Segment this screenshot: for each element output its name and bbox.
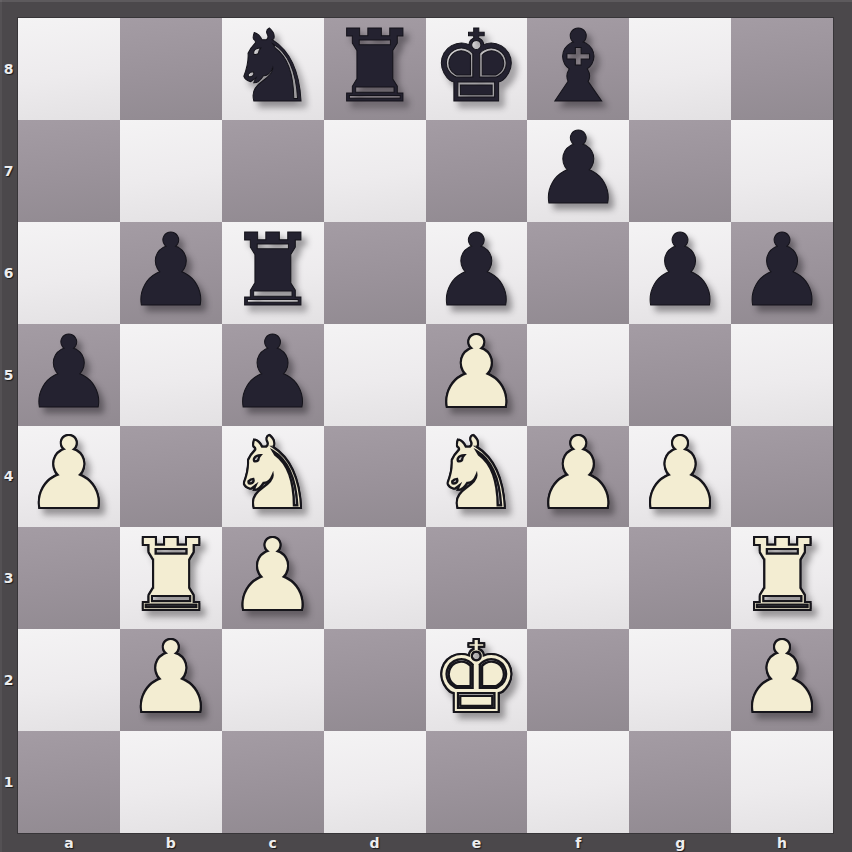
square-d1[interactable] xyxy=(324,731,426,833)
square-h5[interactable] xyxy=(731,324,833,426)
file-label-h: h xyxy=(731,834,833,852)
square-e2[interactable]: ♚ xyxy=(426,629,528,731)
file-label-g: g xyxy=(629,834,731,852)
square-c5[interactable]: ♟ xyxy=(222,324,324,426)
piece-white-king-e2[interactable]: ♚ xyxy=(432,628,522,728)
piece-white-rook-h3[interactable]: ♜ xyxy=(737,526,827,626)
piece-white-rook-b3[interactable]: ♜ xyxy=(126,526,216,626)
square-b5[interactable] xyxy=(120,324,222,426)
square-a2[interactable] xyxy=(18,629,120,731)
square-b7[interactable] xyxy=(120,120,222,222)
square-a1[interactable] xyxy=(18,731,120,833)
square-h3[interactable]: ♜ xyxy=(731,527,833,629)
piece-black-pawn-b6[interactable]: ♟ xyxy=(126,221,216,321)
square-b3[interactable]: ♜ xyxy=(120,527,222,629)
square-h8[interactable] xyxy=(731,18,833,120)
file-label-c: c xyxy=(222,834,324,852)
square-c8[interactable]: ♞ xyxy=(222,18,324,120)
file-label-d: d xyxy=(324,834,426,852)
square-e8[interactable]: ♚ xyxy=(426,18,528,120)
piece-white-pawn-f4[interactable]: ♟ xyxy=(533,424,623,524)
square-d2[interactable] xyxy=(324,629,426,731)
file-label-a: a xyxy=(18,834,120,852)
square-a4[interactable]: ♟ xyxy=(18,426,120,528)
square-d4[interactable] xyxy=(324,426,426,528)
square-e7[interactable] xyxy=(426,120,528,222)
square-f4[interactable]: ♟ xyxy=(527,426,629,528)
piece-black-rook-d8[interactable]: ♜ xyxy=(330,17,420,117)
square-c2[interactable] xyxy=(222,629,324,731)
square-g8[interactable] xyxy=(629,18,731,120)
chess-board: ♞♜♚♝♟♟♜♟♟♟♟♟♟♟♞♞♟♟♜♟♜♟♚♟ xyxy=(17,17,834,834)
piece-black-pawn-e6[interactable]: ♟ xyxy=(432,221,522,321)
file-label-b: b xyxy=(120,834,222,852)
square-b1[interactable] xyxy=(120,731,222,833)
square-e5[interactable]: ♟ xyxy=(426,324,528,426)
square-e4[interactable]: ♞ xyxy=(426,426,528,528)
square-a6[interactable] xyxy=(18,222,120,324)
square-h6[interactable]: ♟ xyxy=(731,222,833,324)
square-e1[interactable] xyxy=(426,731,528,833)
square-h7[interactable] xyxy=(731,120,833,222)
rank-label-8: 8 xyxy=(0,18,17,120)
square-g6[interactable]: ♟ xyxy=(629,222,731,324)
file-label-f: f xyxy=(527,834,629,852)
square-f1[interactable] xyxy=(527,731,629,833)
piece-white-pawn-e5[interactable]: ♟ xyxy=(432,323,522,423)
piece-black-knight-c8[interactable]: ♞ xyxy=(228,17,318,117)
square-g2[interactable] xyxy=(629,629,731,731)
square-g3[interactable] xyxy=(629,527,731,629)
square-c4[interactable]: ♞ xyxy=(222,426,324,528)
piece-white-knight-e4[interactable]: ♞ xyxy=(432,424,522,524)
file-label-e: e xyxy=(426,834,528,852)
square-g1[interactable] xyxy=(629,731,731,833)
piece-white-pawn-h2[interactable]: ♟ xyxy=(737,628,827,728)
square-f6[interactable] xyxy=(527,222,629,324)
piece-black-king-e8[interactable]: ♚ xyxy=(432,17,522,117)
rank-label-4: 4 xyxy=(0,426,17,528)
piece-black-pawn-g6[interactable]: ♟ xyxy=(635,221,725,321)
square-a3[interactable] xyxy=(18,527,120,629)
square-b2[interactable]: ♟ xyxy=(120,629,222,731)
square-c6[interactable]: ♜ xyxy=(222,222,324,324)
square-d7[interactable] xyxy=(324,120,426,222)
piece-white-pawn-c3[interactable]: ♟ xyxy=(228,526,318,626)
square-b6[interactable]: ♟ xyxy=(120,222,222,324)
piece-black-pawn-a5[interactable]: ♟ xyxy=(24,323,114,423)
square-e3[interactable] xyxy=(426,527,528,629)
square-h1[interactable] xyxy=(731,731,833,833)
piece-white-pawn-b2[interactable]: ♟ xyxy=(126,628,216,728)
square-d3[interactable] xyxy=(324,527,426,629)
square-f3[interactable] xyxy=(527,527,629,629)
square-a7[interactable] xyxy=(18,120,120,222)
chess-board-frame: ♞♜♚♝♟♟♜♟♟♟♟♟♟♟♞♞♟♟♜♟♜♟♚♟ 87654321abcdefg… xyxy=(0,0,852,852)
rank-label-5: 5 xyxy=(0,324,17,426)
square-a5[interactable]: ♟ xyxy=(18,324,120,426)
piece-black-rook-c6[interactable]: ♜ xyxy=(228,221,318,321)
square-h4[interactable] xyxy=(731,426,833,528)
rank-label-6: 6 xyxy=(0,222,17,324)
square-d8[interactable]: ♜ xyxy=(324,18,426,120)
square-c1[interactable] xyxy=(222,731,324,833)
rank-label-7: 7 xyxy=(0,120,17,222)
rank-label-1: 1 xyxy=(0,731,17,833)
square-d5[interactable] xyxy=(324,324,426,426)
square-d6[interactable] xyxy=(324,222,426,324)
square-b8[interactable] xyxy=(120,18,222,120)
piece-black-pawn-c5[interactable]: ♟ xyxy=(228,323,318,423)
square-f2[interactable] xyxy=(527,629,629,731)
square-c3[interactable]: ♟ xyxy=(222,527,324,629)
square-h2[interactable]: ♟ xyxy=(731,629,833,731)
square-f7[interactable]: ♟ xyxy=(527,120,629,222)
piece-black-bishop-f8[interactable]: ♝ xyxy=(533,17,623,117)
rank-label-2: 2 xyxy=(0,629,17,731)
square-b4[interactable] xyxy=(120,426,222,528)
piece-black-pawn-f7[interactable]: ♟ xyxy=(533,119,623,219)
square-g5[interactable] xyxy=(629,324,731,426)
square-c7[interactable] xyxy=(222,120,324,222)
square-f5[interactable] xyxy=(527,324,629,426)
square-e6[interactable]: ♟ xyxy=(426,222,528,324)
square-g4[interactable]: ♟ xyxy=(629,426,731,528)
rank-label-3: 3 xyxy=(0,527,17,629)
square-a8[interactable] xyxy=(18,18,120,120)
square-g7[interactable] xyxy=(629,120,731,222)
piece-black-pawn-h6[interactable]: ♟ xyxy=(737,221,827,321)
piece-white-pawn-g4[interactable]: ♟ xyxy=(635,424,725,524)
piece-white-pawn-a4[interactable]: ♟ xyxy=(24,424,114,524)
square-f8[interactable]: ♝ xyxy=(527,18,629,120)
piece-white-knight-c4[interactable]: ♞ xyxy=(228,424,318,524)
